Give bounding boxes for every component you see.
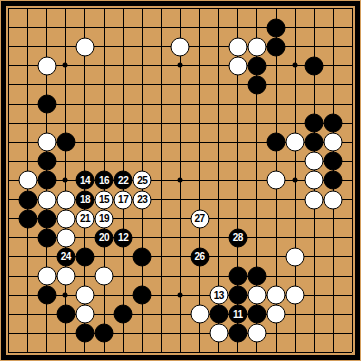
stone-white[interactable]: 13 bbox=[209, 286, 228, 305]
stone-white[interactable] bbox=[95, 267, 114, 286]
stone-black[interactable]: 20 bbox=[95, 228, 114, 247]
stone-black[interactable] bbox=[247, 56, 266, 75]
stone-black[interactable] bbox=[324, 114, 343, 133]
stone-black[interactable] bbox=[56, 133, 75, 152]
stone-white[interactable] bbox=[75, 37, 94, 56]
star-point bbox=[177, 292, 182, 297]
stone-black[interactable]: 28 bbox=[228, 228, 247, 247]
stone-white[interactable] bbox=[267, 305, 286, 324]
stone-black[interactable] bbox=[324, 171, 343, 190]
stone-white[interactable] bbox=[56, 267, 75, 286]
move-number-label: 27 bbox=[195, 214, 205, 224]
star-point bbox=[63, 177, 68, 182]
stone-black[interactable] bbox=[18, 209, 37, 228]
stone-black[interactable]: 14 bbox=[75, 171, 94, 190]
move-number-label: 28 bbox=[233, 233, 243, 243]
move-number-label: 18 bbox=[80, 195, 90, 205]
stone-black[interactable] bbox=[305, 133, 324, 152]
stone-white[interactable] bbox=[37, 56, 56, 75]
stone-white[interactable] bbox=[75, 286, 94, 305]
move-number-label: 20 bbox=[99, 233, 109, 243]
grid-line-h bbox=[8, 333, 352, 334]
stone-black[interactable]: 12 bbox=[114, 228, 133, 247]
star-point bbox=[177, 63, 182, 68]
stone-white[interactable] bbox=[286, 286, 305, 305]
move-number-label: 21 bbox=[80, 214, 90, 224]
stone-white[interactable] bbox=[37, 267, 56, 286]
grid-line-v bbox=[199, 8, 200, 352]
stone-white[interactable] bbox=[228, 37, 247, 56]
stone-white[interactable] bbox=[324, 190, 343, 209]
move-number-label: 15 bbox=[99, 195, 109, 205]
stone-white[interactable] bbox=[209, 324, 228, 343]
stone-black[interactable] bbox=[37, 152, 56, 171]
stone-white[interactable]: 23 bbox=[133, 190, 152, 209]
stone-black[interactable] bbox=[18, 190, 37, 209]
stone-black[interactable] bbox=[95, 324, 114, 343]
stone-black[interactable] bbox=[37, 171, 56, 190]
stone-black[interactable]: 18 bbox=[75, 190, 94, 209]
move-number-label: 23 bbox=[137, 195, 147, 205]
stone-black[interactable] bbox=[133, 286, 152, 305]
stone-black[interactable] bbox=[228, 267, 247, 286]
stone-white[interactable] bbox=[286, 133, 305, 152]
star-point bbox=[63, 63, 68, 68]
move-number-label: 22 bbox=[118, 175, 128, 185]
star-point bbox=[292, 177, 297, 182]
stone-black[interactable] bbox=[209, 305, 228, 324]
star-point bbox=[177, 177, 182, 182]
go-board[interactable]: 141622251815172321192720122824261311 bbox=[0, 0, 361, 361]
move-number-label: 25 bbox=[137, 175, 147, 185]
stone-black[interactable] bbox=[267, 18, 286, 37]
stone-black[interactable] bbox=[305, 56, 324, 75]
stone-black[interactable] bbox=[56, 305, 75, 324]
stone-black[interactable] bbox=[37, 95, 56, 114]
star-point bbox=[292, 63, 297, 68]
grid-line-h bbox=[8, 352, 352, 353]
stone-black[interactable]: 11 bbox=[228, 305, 247, 324]
stone-white[interactable]: 21 bbox=[75, 209, 94, 228]
stone-white[interactable] bbox=[228, 56, 247, 75]
stone-black[interactable] bbox=[37, 286, 56, 305]
stone-white[interactable] bbox=[18, 171, 37, 190]
stone-black[interactable] bbox=[247, 267, 266, 286]
stone-white[interactable] bbox=[286, 247, 305, 266]
move-number-label: 16 bbox=[99, 175, 109, 185]
stone-black[interactable] bbox=[228, 286, 247, 305]
stone-white[interactable] bbox=[190, 305, 209, 324]
stone-black[interactable]: 22 bbox=[114, 171, 133, 190]
stone-white[interactable] bbox=[247, 324, 266, 343]
move-number-label: 24 bbox=[61, 252, 71, 262]
stone-black[interactable] bbox=[37, 209, 56, 228]
stone-black[interactable]: 26 bbox=[190, 247, 209, 266]
stone-white[interactable] bbox=[305, 190, 324, 209]
stone-black[interactable] bbox=[133, 247, 152, 266]
stone-black[interactable] bbox=[267, 37, 286, 56]
stone-white[interactable] bbox=[247, 37, 266, 56]
stone-white[interactable] bbox=[37, 133, 56, 152]
stone-white[interactable] bbox=[171, 37, 190, 56]
stone-white[interactable]: 25 bbox=[133, 171, 152, 190]
stone-black[interactable] bbox=[114, 305, 133, 324]
stone-black[interactable] bbox=[247, 75, 266, 94]
move-number-label: 17 bbox=[118, 195, 128, 205]
stone-black[interactable]: 24 bbox=[56, 247, 75, 266]
stone-black[interactable] bbox=[75, 247, 94, 266]
stone-white[interactable] bbox=[56, 228, 75, 247]
stone-white[interactable] bbox=[56, 209, 75, 228]
stone-white[interactable] bbox=[305, 152, 324, 171]
stone-white[interactable] bbox=[75, 305, 94, 324]
move-number-label: 12 bbox=[118, 233, 128, 243]
move-number-label: 11 bbox=[233, 309, 243, 319]
stone-black[interactable] bbox=[247, 305, 266, 324]
stone-white[interactable] bbox=[56, 190, 75, 209]
stone-black[interactable] bbox=[75, 324, 94, 343]
stone-black[interactable] bbox=[324, 152, 343, 171]
stone-white[interactable]: 15 bbox=[95, 190, 114, 209]
move-number-label: 13 bbox=[214, 290, 224, 300]
move-number-label: 26 bbox=[195, 252, 205, 262]
grid-line-v bbox=[352, 8, 353, 352]
stone-white[interactable] bbox=[267, 171, 286, 190]
stone-white[interactable] bbox=[324, 133, 343, 152]
stone-white[interactable] bbox=[37, 190, 56, 209]
stone-white[interactable] bbox=[305, 171, 324, 190]
stone-black[interactable] bbox=[37, 228, 56, 247]
stone-black[interactable] bbox=[228, 324, 247, 343]
stone-black[interactable] bbox=[305, 114, 324, 133]
move-number-label: 19 bbox=[99, 214, 109, 224]
stone-white[interactable]: 19 bbox=[95, 209, 114, 228]
star-point bbox=[63, 292, 68, 297]
stone-white[interactable]: 17 bbox=[114, 190, 133, 209]
stone-black[interactable] bbox=[267, 133, 286, 152]
stone-white[interactable] bbox=[247, 286, 266, 305]
move-number-label: 14 bbox=[80, 175, 90, 185]
stone-white[interactable] bbox=[267, 286, 286, 305]
stone-black[interactable]: 16 bbox=[95, 171, 114, 190]
stone-white[interactable]: 27 bbox=[190, 209, 209, 228]
